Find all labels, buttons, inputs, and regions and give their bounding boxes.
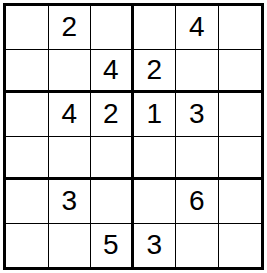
cell-r3c1-empty[interactable]	[6, 93, 49, 137]
cell-r4c5-empty[interactable]	[176, 137, 219, 181]
cell-r3c4-given[interactable]: 1	[134, 93, 177, 137]
cell-r1c5-given[interactable]: 4	[176, 6, 219, 50]
cell-r5c3-empty[interactable]	[91, 180, 134, 224]
cell-r5c4-empty[interactable]	[134, 180, 177, 224]
cell-r2c6-empty[interactable]	[219, 50, 262, 94]
cell-r4c3-empty[interactable]	[91, 137, 134, 181]
cell-r5c1-empty[interactable]	[6, 180, 49, 224]
cell-r6c2-empty[interactable]	[49, 224, 92, 268]
cell-r3c2-given[interactable]: 4	[49, 93, 92, 137]
cell-r3c5-given[interactable]: 3	[176, 93, 219, 137]
cell-r6c1-empty[interactable]	[6, 224, 49, 268]
cell-r2c3-given[interactable]: 4	[91, 50, 134, 94]
cell-r1c1-empty[interactable]	[6, 6, 49, 50]
cell-r6c4-given[interactable]: 3	[134, 224, 177, 268]
cell-r2c2-empty[interactable]	[49, 50, 92, 94]
cell-r5c2-given[interactable]: 3	[49, 180, 92, 224]
cell-r6c3-given[interactable]: 5	[91, 224, 134, 268]
cell-r6c5-empty[interactable]	[176, 224, 219, 268]
cell-r4c2-empty[interactable]	[49, 137, 92, 181]
cell-r1c2-given[interactable]: 2	[49, 6, 92, 50]
cell-r4c4-empty[interactable]	[134, 137, 177, 181]
cell-r2c1-empty[interactable]	[6, 50, 49, 94]
cell-r1c6-empty[interactable]	[219, 6, 262, 50]
cell-r1c4-empty[interactable]	[134, 6, 177, 50]
cell-r2c5-empty[interactable]	[176, 50, 219, 94]
cell-r4c6-empty[interactable]	[219, 137, 262, 181]
cell-r4c1-empty[interactable]	[6, 137, 49, 181]
cell-r5c5-given[interactable]: 6	[176, 180, 219, 224]
cell-r2c4-given[interactable]: 2	[134, 50, 177, 94]
cell-r6c6-empty[interactable]	[219, 224, 262, 268]
cell-r3c3-given[interactable]: 2	[91, 93, 134, 137]
sudoku-page: 244242133653	[0, 0, 267, 273]
cell-r1c3-empty[interactable]	[91, 6, 134, 50]
cell-r3c6-empty[interactable]	[219, 93, 262, 137]
cell-r5c6-empty[interactable]	[219, 180, 262, 224]
sudoku-board: 244242133653	[3, 3, 264, 270]
